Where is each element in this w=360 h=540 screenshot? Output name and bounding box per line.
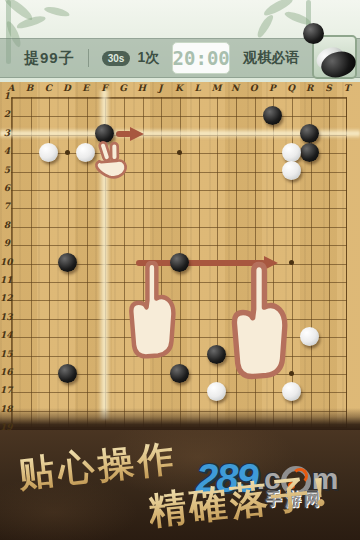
coord-number: 16	[0, 367, 10, 377]
coord-number: 4	[0, 146, 10, 156]
drag-gesture-icon	[124, 261, 178, 359]
top-bar: 提99子 30s 1次 20:00 观棋必语 7段	[0, 0, 360, 82]
byoyomi-time-badge: 30s	[102, 51, 131, 66]
coord-number: 18	[0, 404, 10, 414]
bamboo-leaf-icon	[44, 5, 71, 18]
white-stone	[207, 382, 226, 401]
coord-letter: N	[226, 83, 244, 93]
drag-gesture-icon	[226, 261, 290, 381]
star-point	[177, 150, 182, 155]
small-black-stone-icon	[303, 23, 324, 44]
coord-letter: B	[21, 83, 39, 93]
coord-letter: L	[189, 83, 207, 93]
coord-number: 8	[0, 220, 10, 230]
coord-letter: S	[319, 83, 337, 93]
game-info-band: 提99子 30s 1次 20:00 观棋必语 7段	[0, 38, 360, 78]
captured-stones-label: 提99子	[24, 49, 75, 68]
coord-letter: E	[77, 83, 95, 93]
white-stone	[282, 161, 301, 180]
coord-number: 12	[0, 293, 10, 303]
white-stone	[282, 143, 301, 162]
coord-number: 19	[0, 422, 10, 432]
coord-letter: C	[39, 83, 57, 93]
white-stone	[300, 327, 319, 346]
coord-letter: F	[95, 83, 113, 93]
coord-letter: T	[338, 83, 356, 93]
black-stone	[58, 364, 77, 383]
board-worn-edge	[0, 408, 360, 430]
app-screen: 提99子 30s 1次 20:00 观棋必语 7段	[0, 0, 360, 540]
white-stone	[39, 143, 58, 162]
coord-number: 6	[0, 183, 10, 193]
coord-number: 13	[0, 312, 10, 322]
coord-number: 15	[0, 349, 10, 359]
bamboo-leaf-icon	[255, 13, 276, 39]
coord-letter: K	[170, 83, 188, 93]
timer-value: 20:00	[173, 47, 230, 69]
main-timer: 20:00	[172, 42, 230, 74]
white-stone	[282, 382, 301, 401]
coord-letter: P	[263, 83, 281, 93]
stones-bowl-button[interactable]	[312, 35, 357, 79]
black-stone	[207, 345, 226, 364]
black-stone	[58, 253, 77, 272]
coord-letter: H	[133, 83, 151, 93]
byoyomi-count-label: 1次	[137, 49, 159, 67]
go-board[interactable]: ABCDEFGHJKLMNOPQRST123456789101112131415…	[0, 82, 360, 430]
coord-number: 10	[0, 257, 10, 267]
coord-number: 17	[0, 385, 10, 395]
coord-letter: M	[207, 83, 225, 93]
coord-number: 1	[0, 91, 10, 101]
coord-letter: G	[114, 83, 132, 93]
star-point	[65, 150, 70, 155]
coord-number: 5	[0, 165, 10, 175]
footer-banner: 贴心操作 精確落子! 289 .c m 手游网	[0, 430, 360, 540]
coord-number: 7	[0, 201, 10, 211]
coord-letter: J	[151, 83, 169, 93]
coord-letter: R	[301, 83, 319, 93]
coord-letter: O	[245, 83, 263, 93]
coord-number: 14	[0, 330, 10, 340]
black-stone	[170, 364, 189, 383]
divider	[88, 49, 89, 67]
black-stone	[300, 143, 319, 162]
coord-number: 2	[0, 109, 10, 119]
coord-number: 11	[0, 275, 10, 285]
coord-letter: Q	[282, 83, 300, 93]
coord-number: 9	[0, 238, 10, 248]
player-name: 观棋必语	[243, 49, 299, 67]
coord-number: 3	[0, 128, 10, 138]
coord-letter: D	[58, 83, 76, 93]
tap-gesture-icon	[88, 136, 135, 186]
black-stone	[263, 106, 282, 125]
